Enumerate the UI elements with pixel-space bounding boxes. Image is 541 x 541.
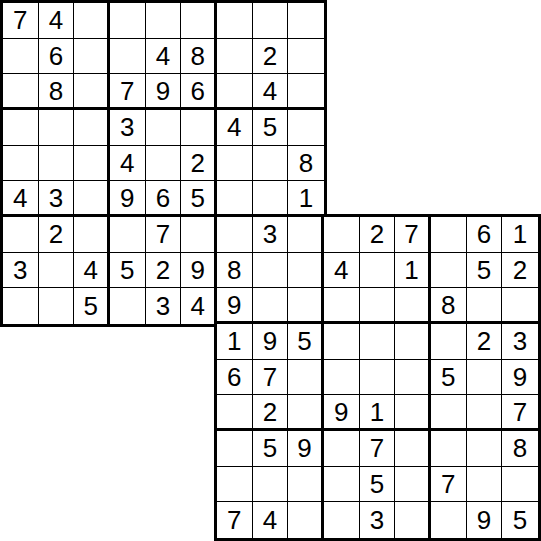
cell-g1-r1c2[interactable]: 4: [39, 3, 75, 39]
cell-g1-r1c5[interactable]: [146, 3, 182, 39]
cell-g1-r3c7[interactable]: [217, 74, 253, 110]
cell-g2-r2c7[interactable]: [431, 253, 467, 289]
cell-g2-r1c7[interactable]: [431, 217, 467, 253]
cell-g2-r8c1[interactable]: [217, 467, 253, 503]
cell-g2-r4c9[interactable]: 3: [502, 324, 538, 360]
cell-g1-r9c4[interactable]: [110, 288, 146, 324]
cell-g1-r6c1[interactable]: 4: [3, 181, 39, 217]
cell-g1-r2c8[interactable]: 2: [253, 39, 289, 75]
cell-g2-r3c2[interactable]: [253, 288, 289, 324]
cell-g1-r1c4[interactable]: [110, 3, 146, 39]
cell-g1-r8c5[interactable]: 2: [146, 253, 182, 289]
cell-g2-r3c3[interactable]: [288, 288, 324, 324]
cell-g2-r9c2[interactable]: 4: [253, 502, 289, 538]
cell-g2-r7c4[interactable]: [324, 431, 360, 467]
cell-g1-r3c8[interactable]: 4: [253, 74, 289, 110]
cell-g1-r8c6[interactable]: 9: [181, 253, 217, 289]
cell-g2-r9c3[interactable]: [288, 502, 324, 538]
cell-g2-r6c5[interactable]: 1: [360, 395, 396, 431]
cell-g2-r4c7[interactable]: [431, 324, 467, 360]
cell-g1-r1c7[interactable]: [217, 3, 253, 39]
cell-g2-r2c9[interactable]: 2: [502, 253, 538, 289]
cell-g2-r9c9[interactable]: 5: [502, 502, 538, 538]
cell-g2-r8c2[interactable]: [253, 467, 289, 503]
cell-g2-r2c2[interactable]: [253, 253, 289, 289]
cell-g2-r8c6[interactable]: [395, 467, 431, 503]
cell-g1-r6c7[interactable]: [217, 181, 253, 217]
cell-g2-r1c8[interactable]: 6: [467, 217, 503, 253]
cell-g2-r5c9[interactable]: 9: [502, 360, 538, 396]
cell-g2-r9c4[interactable]: [324, 502, 360, 538]
cell-g1-r6c8[interactable]: [253, 181, 289, 217]
cell-g1-r1c6[interactable]: [181, 3, 217, 39]
cell-g1-r3c1[interactable]: [3, 74, 39, 110]
cell-g1-r1c8[interactable]: [253, 3, 289, 39]
cell-g2-r9c6[interactable]: [395, 502, 431, 538]
cell-g1-r6c4[interactable]: 9: [110, 181, 146, 217]
cell-g2-r3c8[interactable]: [467, 288, 503, 324]
cell-g1-r2c5[interactable]: 4: [146, 39, 182, 75]
cell-g1-r3c2[interactable]: 8: [39, 74, 75, 110]
cell-g1-r2c6[interactable]: 8: [181, 39, 217, 75]
cell-g1-r2c3[interactable]: [74, 39, 110, 75]
cell-g2-r5c6[interactable]: [395, 360, 431, 396]
cell-g2-r2c6[interactable]: 1: [395, 253, 431, 289]
cell-g2-r5c2[interactable]: 7: [253, 360, 289, 396]
cell-g2-r5c1[interactable]: 6: [217, 360, 253, 396]
cell-g2-r8c7[interactable]: 7: [431, 467, 467, 503]
cell-g2-r1c5[interactable]: 2: [360, 217, 396, 253]
cell-g1-r2c7[interactable]: [217, 39, 253, 75]
sudoku-grid-bottom-right: 327618415298195236759291759785774395: [214, 214, 541, 541]
cell-g2-r9c1[interactable]: 7: [217, 502, 253, 538]
cell-g1-r5c7[interactable]: [217, 146, 253, 182]
cell-g2-r6c1[interactable]: [217, 395, 253, 431]
cell-g1-r9c6[interactable]: 4: [181, 288, 217, 324]
cell-g1-r4c6[interactable]: [181, 110, 217, 146]
cell-g1-r5c6[interactable]: 2: [181, 146, 217, 182]
cell-g1-r4c4[interactable]: 3: [110, 110, 146, 146]
cell-g2-r2c8[interactable]: 5: [467, 253, 503, 289]
cell-g2-r6c4[interactable]: 9: [324, 395, 360, 431]
cell-g1-r9c5[interactable]: 3: [146, 288, 182, 324]
cell-g1-r5c2[interactable]: [39, 146, 75, 182]
cell-g1-r2c9[interactable]: [288, 39, 324, 75]
cell-g2-r5c4[interactable]: [324, 360, 360, 396]
cell-g2-r6c2[interactable]: 2: [253, 395, 289, 431]
twin-sudoku-board: 746482879643454284396512733452985349 327…: [0, 0, 541, 541]
cell-g1-r8c2[interactable]: [39, 253, 75, 289]
cell-g2-r2c1[interactable]: 8: [217, 253, 253, 289]
cell-g2-r6c9[interactable]: 7: [502, 395, 538, 431]
cell-g2-r1c4[interactable]: [324, 217, 360, 253]
cell-g2-r5c7[interactable]: 5: [431, 360, 467, 396]
cell-g1-r1c3[interactable]: [74, 3, 110, 39]
cell-g2-r3c5[interactable]: [360, 288, 396, 324]
cell-g2-r7c2[interactable]: 5: [253, 431, 289, 467]
cell-g2-r8c3[interactable]: [288, 467, 324, 503]
cell-g2-r1c1[interactable]: [217, 217, 253, 253]
cell-g1-r7c3[interactable]: [74, 217, 110, 253]
cell-g1-r4c9[interactable]: [288, 110, 324, 146]
cell-g1-r7c4[interactable]: [110, 217, 146, 253]
cell-g1-r9c1[interactable]: [3, 288, 39, 324]
cell-g1-r4c7[interactable]: 4: [217, 110, 253, 146]
cell-g1-r2c1[interactable]: [3, 39, 39, 75]
cell-g1-r1c1[interactable]: 7: [3, 3, 39, 39]
cell-g2-r7c9[interactable]: 8: [502, 431, 538, 467]
cell-g2-r3c1[interactable]: 9: [217, 288, 253, 324]
cell-g1-r2c2[interactable]: 6: [39, 39, 75, 75]
cell-g2-r1c9[interactable]: 1: [502, 217, 538, 253]
cell-g1-r6c2[interactable]: 3: [39, 181, 75, 217]
cell-g1-r3c5[interactable]: 9: [146, 74, 182, 110]
cell-g2-r2c5[interactable]: [360, 253, 396, 289]
cell-g2-r1c3[interactable]: [288, 217, 324, 253]
cell-g1-r5c3[interactable]: [74, 146, 110, 182]
cell-g2-r4c2[interactable]: 9: [253, 324, 289, 360]
cell-g2-r7c5[interactable]: 7: [360, 431, 396, 467]
cell-g1-r7c1[interactable]: [3, 217, 39, 253]
cell-g2-r5c3[interactable]: [288, 360, 324, 396]
cell-g2-r4c1[interactable]: 1: [217, 324, 253, 360]
cell-g1-r1c9[interactable]: [288, 3, 324, 39]
cell-g2-r4c5[interactable]: [360, 324, 396, 360]
cell-g2-r6c3[interactable]: [288, 395, 324, 431]
cell-g1-r4c3[interactable]: [74, 110, 110, 146]
cell-g2-r7c6[interactable]: [395, 431, 431, 467]
cell-g2-r4c6[interactable]: [395, 324, 431, 360]
cell-g1-r3c6[interactable]: 6: [181, 74, 217, 110]
cell-g1-r4c8[interactable]: 5: [253, 110, 289, 146]
cell-g1-r3c4[interactable]: 7: [110, 74, 146, 110]
cell-g2-r1c6[interactable]: 7: [395, 217, 431, 253]
cell-g2-r7c7[interactable]: [431, 431, 467, 467]
cell-g2-r3c9[interactable]: [502, 288, 538, 324]
cell-g2-r7c1[interactable]: [217, 431, 253, 467]
cell-g1-r9c3[interactable]: 5: [74, 288, 110, 324]
cell-g1-r6c3[interactable]: [74, 181, 110, 217]
cell-g1-r7c5[interactable]: 7: [146, 217, 182, 253]
cell-g2-r4c4[interactable]: [324, 324, 360, 360]
cell-g1-r6c9[interactable]: 1: [288, 181, 324, 217]
cell-g2-r9c7[interactable]: [431, 502, 467, 538]
cell-g2-r6c8[interactable]: [467, 395, 503, 431]
cell-g2-r5c5[interactable]: [360, 360, 396, 396]
cell-g2-r9c5[interactable]: 3: [360, 502, 396, 538]
cell-g2-r3c6[interactable]: [395, 288, 431, 324]
cell-g1-r8c3[interactable]: 4: [74, 253, 110, 289]
cell-g1-r7c2[interactable]: 2: [39, 217, 75, 253]
cell-g2-r8c8[interactable]: [467, 467, 503, 503]
cell-g1-r8c1[interactable]: 3: [3, 253, 39, 289]
cell-g1-r4c1[interactable]: [3, 110, 39, 146]
cell-g1-r3c3[interactable]: [74, 74, 110, 110]
cell-g2-r3c4[interactable]: [324, 288, 360, 324]
cell-g1-r5c4[interactable]: 4: [110, 146, 146, 182]
cell-g1-r5c5[interactable]: [146, 146, 182, 182]
cell-g2-r1c2[interactable]: 3: [253, 217, 289, 253]
cell-g2-r2c4[interactable]: 4: [324, 253, 360, 289]
cell-g2-r8c4[interactable]: [324, 467, 360, 503]
cell-g2-r7c3[interactable]: 9: [288, 431, 324, 467]
cell-g2-r7c8[interactable]: [467, 431, 503, 467]
cell-g2-r9c8[interactable]: 9: [467, 502, 503, 538]
cell-g1-r5c9[interactable]: 8: [288, 146, 324, 182]
cell-g1-r5c8[interactable]: [253, 146, 289, 182]
cell-g1-r8c4[interactable]: 5: [110, 253, 146, 289]
cell-g1-r4c5[interactable]: [146, 110, 182, 146]
cell-g1-r6c6[interactable]: 5: [181, 181, 217, 217]
cell-g1-r2c4[interactable]: [110, 39, 146, 75]
cell-g1-r7c6[interactable]: [181, 217, 217, 253]
cell-g1-r9c2[interactable]: [39, 288, 75, 324]
cell-g2-r5c8[interactable]: [467, 360, 503, 396]
cell-g1-r3c9[interactable]: [288, 74, 324, 110]
cell-g2-r2c3[interactable]: [288, 253, 324, 289]
cell-g2-r8c9[interactable]: [502, 467, 538, 503]
cell-g2-r3c7[interactable]: 8: [431, 288, 467, 324]
cell-g2-r6c6[interactable]: [395, 395, 431, 431]
cell-g1-r4c2[interactable]: [39, 110, 75, 146]
cell-g2-r4c8[interactable]: 2: [467, 324, 503, 360]
cell-g1-r5c1[interactable]: [3, 146, 39, 182]
cell-g2-r6c7[interactable]: [431, 395, 467, 431]
cell-g2-r4c3[interactable]: 5: [288, 324, 324, 360]
cell-g2-r8c5[interactable]: 5: [360, 467, 396, 503]
cell-g1-r6c5[interactable]: 6: [146, 181, 182, 217]
